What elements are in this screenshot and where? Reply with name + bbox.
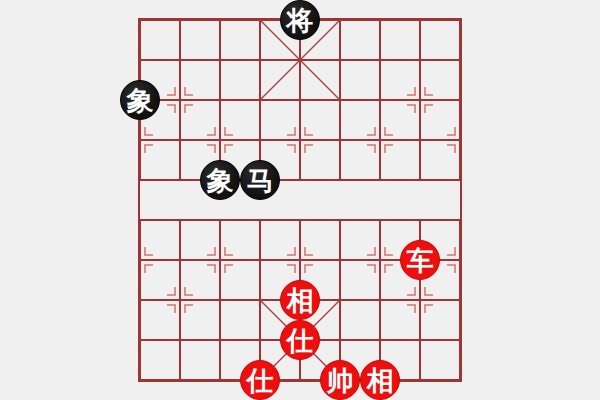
point-marker — [167, 287, 176, 296]
point-marker — [144, 144, 153, 153]
red-advisor[interactable]: 仕 — [240, 360, 280, 400]
point-marker — [167, 104, 176, 113]
point-marker — [224, 144, 233, 153]
point-marker — [184, 87, 193, 96]
black-horse[interactable]: 马 — [240, 160, 280, 200]
point-marker — [207, 247, 216, 256]
point-marker — [287, 264, 296, 273]
point-marker — [207, 264, 216, 273]
point-marker — [144, 127, 153, 136]
point-marker — [367, 247, 376, 256]
point-marker — [224, 127, 233, 136]
point-marker — [184, 287, 193, 296]
point-marker — [287, 247, 296, 256]
point-marker — [447, 127, 456, 136]
point-marker — [367, 127, 376, 136]
point-marker — [167, 304, 176, 313]
point-marker — [167, 87, 176, 96]
black-elephant[interactable]: 象 — [200, 160, 240, 200]
point-marker — [407, 104, 416, 113]
point-marker — [287, 144, 296, 153]
red-chariot[interactable]: 车 — [400, 240, 440, 280]
point-marker — [407, 287, 416, 296]
black-general[interactable]: 将 — [280, 0, 320, 40]
red-advisor[interactable]: 仕 — [280, 320, 320, 360]
point-marker — [304, 247, 313, 256]
point-marker — [367, 264, 376, 273]
point-marker — [424, 304, 433, 313]
point-marker — [224, 264, 233, 273]
point-marker — [384, 247, 393, 256]
point-marker — [407, 87, 416, 96]
point-marker — [184, 104, 193, 113]
point-marker — [424, 287, 433, 296]
xiangqi-board[interactable]: 将象象马车相仕仕帅相 — [138, 18, 462, 382]
point-marker — [447, 264, 456, 273]
point-marker — [424, 104, 433, 113]
point-marker — [384, 127, 393, 136]
point-marker — [184, 304, 193, 313]
red-elephant[interactable]: 相 — [360, 360, 400, 400]
point-marker — [144, 264, 153, 273]
red-elephant[interactable]: 相 — [280, 280, 320, 320]
point-marker — [287, 127, 296, 136]
red-general[interactable]: 帅 — [320, 360, 360, 400]
point-marker — [224, 247, 233, 256]
point-marker — [144, 247, 153, 256]
point-marker — [207, 144, 216, 153]
point-marker — [304, 144, 313, 153]
point-marker — [304, 127, 313, 136]
point-marker — [447, 247, 456, 256]
board-overlay: 将象象马车相仕仕帅相 — [140, 20, 460, 380]
point-marker — [447, 144, 456, 153]
point-marker — [367, 144, 376, 153]
xiangqi-screenshot: 将象象马车相仕仕帅相 — [0, 0, 600, 400]
point-marker — [384, 264, 393, 273]
point-marker — [407, 304, 416, 313]
point-marker — [424, 87, 433, 96]
point-marker — [384, 144, 393, 153]
point-marker — [207, 127, 216, 136]
point-marker — [304, 264, 313, 273]
black-elephant[interactable]: 象 — [120, 80, 160, 120]
